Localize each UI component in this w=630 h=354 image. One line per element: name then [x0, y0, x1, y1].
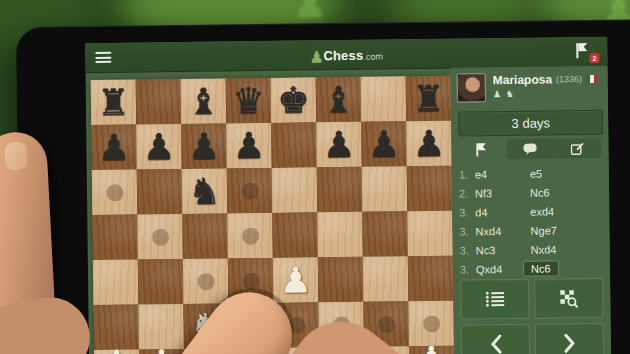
move-number: 3.	[460, 244, 476, 256]
white-move[interactable]: Nf3	[475, 186, 530, 199]
white-pawn-b2[interactable]: ♟	[139, 340, 185, 354]
move-list-button[interactable]	[460, 279, 529, 320]
square-d5[interactable]	[227, 213, 273, 259]
square-b5[interactable]	[137, 214, 183, 260]
white-move[interactable]: d4	[475, 205, 530, 218]
square-h4[interactable]	[408, 256, 454, 302]
tab-compose[interactable]	[554, 138, 602, 159]
tablet: ♟Chess.com 2 ♜♝♛♚♝♜♟♟♟♟♟♟♟♞♟♞♛♟♟♟♟♟♟	[16, 19, 630, 354]
opponent-avatar[interactable]	[457, 73, 486, 102]
black-bishop-f8[interactable]: ♝	[316, 77, 362, 123]
legal-move-hint-h3[interactable]	[423, 315, 440, 332]
logo-brand: Chess	[323, 48, 363, 63]
analysis-button[interactable]	[534, 278, 603, 319]
square-a6[interactable]	[92, 170, 138, 216]
square-e6[interactable]	[272, 167, 318, 213]
square-a4[interactable]	[93, 260, 139, 306]
legal-move-hint-d6[interactable]	[241, 182, 258, 199]
opponent-rating: (1336)	[556, 74, 582, 84]
legal-move-hint-a6[interactable]	[106, 184, 123, 201]
black-pawn-f7[interactable]: ♟	[316, 122, 362, 168]
background-pawn-logo: ♟	[292, 0, 328, 24]
black-rook-h8[interactable]: ♜	[406, 76, 452, 122]
square-a5[interactable]	[92, 215, 138, 261]
move-row-4[interactable]: 3.Nxd4Nge7	[459, 220, 602, 241]
move-row-2[interactable]: 2.Nf3Nc6	[459, 182, 602, 203]
sidebar: Mariaposa (1336) ♟ ♞ 3 days	[451, 66, 612, 354]
captured-pieces: ♟ ♞	[493, 88, 598, 99]
legal-move-hint-g3[interactable]	[378, 315, 395, 332]
legal-move-hint-b5[interactable]	[151, 228, 168, 245]
move-number: 3.	[459, 206, 475, 218]
square-c4[interactable]	[183, 258, 229, 304]
move-row-6[interactable]: 3.Qxd4Nc6	[460, 258, 603, 279]
compose-icon	[571, 142, 585, 155]
white-pawn-e4[interactable]: ♟	[273, 257, 319, 303]
black-queen-d8[interactable]: ♛	[226, 78, 272, 124]
notification-badge: 2	[589, 53, 599, 63]
thumb-nail	[4, 142, 27, 171]
move-number: 1.	[459, 168, 475, 180]
white-pawn-h2[interactable]: ♟	[409, 337, 455, 354]
square-b4[interactable]	[138, 259, 184, 305]
black-knight-c6[interactable]: ♞	[182, 168, 228, 214]
pennant-icon	[575, 42, 590, 59]
white-move[interactable]: Nxd4	[475, 224, 530, 237]
black-pawn-h7[interactable]: ♟	[406, 121, 452, 167]
time-control-button[interactable]: 3 days	[458, 110, 603, 137]
pennant-icon	[476, 142, 489, 157]
black-pawn-a7[interactable]: ♟	[91, 125, 137, 171]
move-number: 3.	[460, 263, 476, 275]
mexico-flag-icon	[586, 75, 598, 83]
square-g4[interactable]	[363, 256, 409, 302]
square-h5[interactable]	[407, 211, 453, 257]
app-screen: ♟Chess.com 2 ♜♝♛♚♝♜♟♟♟♟♟♟♟♞♟♞♛♟♟♟♟♟♟	[85, 37, 612, 354]
chat-icon	[522, 142, 537, 155]
black-pawn-g7[interactable]: ♟	[361, 121, 407, 167]
square-f4[interactable]	[318, 257, 364, 303]
square-d6[interactable]	[227, 168, 273, 214]
move-number: 2.	[459, 187, 475, 199]
game-controls	[460, 278, 604, 354]
square-g8[interactable]	[361, 76, 407, 122]
move-row-3[interactable]: 3.d4exd4	[459, 201, 602, 222]
list-icon	[485, 291, 504, 307]
legal-move-hint-d5[interactable]	[241, 227, 258, 244]
tab-chat[interactable]	[506, 138, 554, 159]
move-row-5[interactable]: 3.Nc3Nxd4	[460, 239, 603, 260]
black-move[interactable]: Nge7	[530, 224, 556, 236]
menu-icon[interactable]	[95, 52, 111, 63]
chevron-left-icon	[489, 334, 501, 354]
black-king-e8[interactable]: ♚	[271, 77, 317, 123]
stage: ♟ ♟ ♟Chess.com 2 ♜♝♛♚♝♜♟♟♟♟♟♟♟♞♟♞♛♟♟♟♟♟	[0, 0, 630, 354]
logo-pawn-icon: ♟	[310, 48, 324, 66]
square-h6[interactable]	[407, 166, 453, 212]
opponent-info: Mariaposa (1336) ♟ ♞	[457, 72, 599, 103]
black-rook-a8[interactable]: ♜	[91, 80, 137, 126]
chevron-right-icon	[563, 333, 575, 353]
square-f5[interactable]	[317, 212, 363, 258]
square-b8[interactable]	[136, 79, 182, 125]
square-c5[interactable]	[182, 213, 228, 259]
black-bishop-c8[interactable]: ♝	[181, 78, 227, 124]
black-move[interactable]: Nxd4	[531, 243, 557, 255]
tab-moves[interactable]	[458, 139, 506, 160]
move-list: 1.e4e52.Nf3Nc63.d4exd43.Nxd4Nge73.Nc3Nxd…	[459, 163, 603, 279]
board-search-icon	[559, 289, 578, 308]
black-move[interactable]: exd4	[530, 205, 554, 217]
black-move[interactable]: Nc6	[530, 186, 550, 198]
previous-move-button[interactable]	[461, 324, 530, 354]
move-row-1[interactable]: 1.e4e5	[459, 163, 602, 184]
square-g6[interactable]	[362, 166, 408, 212]
black-move[interactable]: e5	[530, 167, 542, 179]
white-pawn-a2[interactable]: ♟	[94, 341, 140, 354]
square-f6[interactable]	[317, 167, 363, 213]
black-pawn-d7[interactable]: ♟	[226, 123, 272, 169]
move-number: 3.	[459, 225, 475, 237]
current-move[interactable]: Nc6	[523, 260, 559, 276]
legal-move-hint-d4[interactable]	[242, 272, 259, 289]
tab-bar	[458, 138, 601, 160]
notifications-button[interactable]: 2	[575, 42, 595, 61]
white-move[interactable]: Nc3	[476, 243, 531, 256]
next-move-button[interactable]	[535, 323, 604, 354]
square-g5[interactable]	[362, 211, 408, 257]
black-pawn-c7[interactable]: ♟	[181, 123, 227, 169]
legal-move-hint-c4[interactable]	[197, 273, 214, 290]
logo-tld: .com	[363, 52, 383, 62]
square-e5[interactable]	[272, 212, 318, 258]
opponent-name: Mariaposa	[493, 72, 553, 87]
white-move[interactable]: e4	[475, 167, 530, 180]
square-e7[interactable]	[271, 122, 317, 168]
chesscom-logo: ♟Chess.com	[85, 43, 607, 69]
black-pawn-b7[interactable]: ♟	[136, 124, 182, 170]
square-b6[interactable]	[137, 169, 183, 215]
